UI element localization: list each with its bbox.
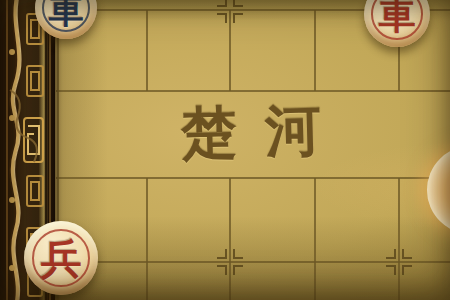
grid-line-h — [56, 90, 450, 92]
piece-red-soldier[interactable]: 兵 — [24, 221, 98, 295]
point-marker — [217, 0, 243, 23]
grid-line-v — [314, 10, 316, 91]
xiangqi-game-screen: 楚 河 車車兵 — [0, 0, 450, 300]
piece-red-chariot[interactable]: 車 — [364, 0, 430, 47]
river-char-he: 河 — [264, 101, 321, 158]
grid-line-h — [56, 177, 450, 179]
piece-glyph: 車 — [364, 0, 430, 47]
point-marker — [217, 249, 243, 275]
grid-line-v — [146, 10, 148, 91]
grid-line-v — [398, 178, 400, 300]
grid-line-v — [314, 178, 316, 300]
piece-glyph: 車 — [35, 0, 97, 39]
piece-highlighted-partial[interactable] — [427, 146, 450, 234]
point-marker — [386, 249, 412, 275]
piece-glyph: 兵 — [24, 221, 98, 295]
grid-line-v — [229, 178, 231, 300]
river-label: 楚 河 — [180, 93, 322, 169]
grid-line-v — [146, 178, 148, 300]
xiangqi-board[interactable]: 楚 河 車車兵 — [0, 0, 450, 300]
river-char-chu: 楚 — [180, 103, 237, 160]
piece-black-chariot[interactable]: 車 — [35, 0, 97, 39]
